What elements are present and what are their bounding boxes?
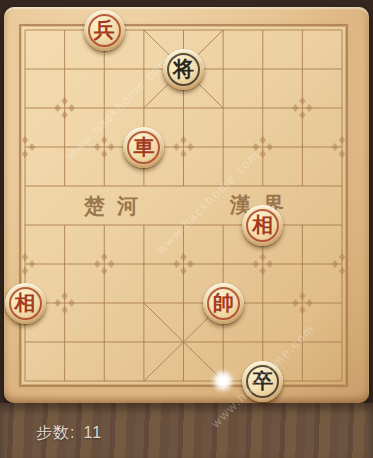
piece-black-general[interactable]: 将 xyxy=(163,49,204,90)
piece-character: 車 xyxy=(133,136,154,157)
status-bar: 步数:11 xyxy=(36,423,102,444)
piece-character: 将 xyxy=(173,58,194,79)
piece-red-elephant[interactable]: 相 xyxy=(242,205,283,246)
last-move-dot xyxy=(210,368,236,394)
piece-red-chariot[interactable]: 車 xyxy=(123,127,164,168)
piece-red-soldier[interactable]: 兵 xyxy=(84,10,125,51)
piece-character: 卒 xyxy=(252,370,273,391)
piece-red-elephant[interactable]: 相 xyxy=(5,283,46,324)
step-count-label: 步数: xyxy=(36,424,75,441)
piece-character: 相 xyxy=(252,214,273,235)
step-count-value: 11 xyxy=(83,424,102,441)
piece-red-general[interactable]: 帥 xyxy=(203,283,244,324)
piece-grid: 兵将車相相帥卒 xyxy=(5,11,362,401)
piece-character: 相 xyxy=(15,292,36,313)
piece-character: 兵 xyxy=(94,19,115,40)
piece-black-soldier[interactable]: 卒 xyxy=(242,361,283,402)
piece-character: 帥 xyxy=(213,292,234,313)
